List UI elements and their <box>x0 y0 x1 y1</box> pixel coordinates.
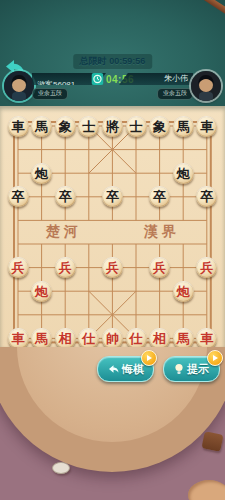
header: 总限时 00:59:56 游客56081 业余五段 <box>0 0 225 106</box>
left-player-rank-badge: 业余五段 <box>32 88 68 100</box>
hint-ad-badge-icon[interactable] <box>207 350 223 366</box>
teacup-decor <box>52 462 70 474</box>
clock-icon <box>91 73 103 85</box>
piece-red-horse[interactable]: 馬 <box>31 328 52 349</box>
piece-red-soldier[interactable]: 兵 <box>102 257 123 278</box>
piece-black-rook[interactable]: 車 <box>196 116 217 137</box>
background-stick-decor <box>197 0 225 15</box>
piece-black-elephant[interactable]: 象 <box>149 116 170 137</box>
piece-black-cannon[interactable]: 炮 <box>173 163 194 184</box>
hint-button-label: 提示 <box>187 362 209 377</box>
piece-red-general[interactable]: 帥 <box>102 328 123 349</box>
piece-red-rook[interactable]: 車 <box>8 328 29 349</box>
river-label-left: 楚河 <box>32 223 96 241</box>
river-label-right: 漢界 <box>130 223 194 241</box>
piece-red-soldier[interactable]: 兵 <box>55 257 76 278</box>
piece-red-cannon[interactable]: 炮 <box>31 281 52 302</box>
piece-black-soldier[interactable]: 卒 <box>8 186 29 207</box>
total-time-value: 00:59:56 <box>109 56 145 66</box>
piece-red-elephant[interactable]: 相 <box>149 328 170 349</box>
hint-button[interactable]: 提示 <box>163 356 220 382</box>
piece-black-soldier[interactable]: 卒 <box>55 186 76 207</box>
piece-red-cannon[interactable]: 炮 <box>173 281 194 302</box>
piece-red-advisor[interactable]: 仕 <box>126 328 147 349</box>
right-player-name-panel: 朱小伟 <box>119 73 193 85</box>
total-time-label: 总限时 <box>80 56 107 66</box>
right-player-name: 朱小伟 <box>119 73 193 85</box>
avatar-portrait-icon <box>191 71 221 101</box>
lightbulb-icon <box>174 363 184 376</box>
hand-decor <box>188 480 225 500</box>
left-player-avatar[interactable] <box>4 71 34 101</box>
player-row: 游客56081 业余五段 04:56 朱小伟 业余五段 <box>0 71 225 103</box>
piece-black-horse[interactable]: 馬 <box>173 116 194 137</box>
piece-red-soldier[interactable]: 兵 <box>8 257 29 278</box>
undo-ad-badge-icon[interactable] <box>141 350 157 366</box>
piece-black-rook[interactable]: 車 <box>8 116 29 137</box>
piece-black-elephant[interactable]: 象 <box>55 116 76 137</box>
piece-black-cannon[interactable]: 炮 <box>31 163 52 184</box>
piece-red-horse[interactable]: 馬 <box>173 328 194 349</box>
piece-black-advisor[interactable]: 士 <box>126 116 147 137</box>
piece-black-general[interactable]: 將 <box>102 116 123 137</box>
piece-red-elephant[interactable]: 相 <box>55 328 76 349</box>
undo-arrow-icon <box>107 364 119 375</box>
right-player-rank-badge: 业余五段 <box>157 88 193 100</box>
total-time-display: 总限时 00:59:56 <box>73 54 153 69</box>
board[interactable]: 楚河 漢界 車馬象士將士象馬車炮炮卒卒卒卒卒兵兵兵兵兵炮炮車馬相仕帥仕相馬車 <box>0 106 225 347</box>
undo-button[interactable]: 悔棋 <box>97 356 154 382</box>
teapot-decor <box>201 431 223 452</box>
avatar-portrait-icon <box>4 71 34 101</box>
right-player-avatar[interactable] <box>191 71 221 101</box>
app-screen: 总限时 00:59:56 游客56081 业余五段 <box>0 0 225 500</box>
undo-button-label: 悔棋 <box>122 362 144 377</box>
piece-black-advisor[interactable]: 士 <box>78 116 99 137</box>
piece-black-horse[interactable]: 馬 <box>31 116 52 137</box>
